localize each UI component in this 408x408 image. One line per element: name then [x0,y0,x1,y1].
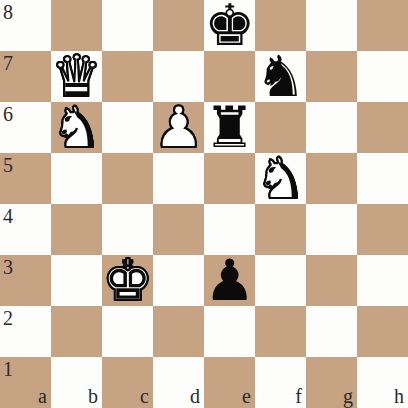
square-b3[interactable] [51,255,102,306]
piece-black-knight[interactable]: ♞ [255,51,306,102]
square-h1[interactable]: h [357,357,408,408]
piece-white-pawn[interactable]: ♟ [153,102,204,153]
file-label-d: d [190,386,200,406]
square-d3[interactable] [153,255,204,306]
square-g4[interactable] [306,204,357,255]
square-d5[interactable] [153,153,204,204]
piece-white-knight[interactable]: ♞ [255,153,306,204]
square-c8[interactable] [102,0,153,51]
file-label-c: c [140,386,149,406]
piece-white-knight[interactable]: ♞ [51,102,102,153]
square-h4[interactable] [357,204,408,255]
square-f7[interactable]: ♞ [255,51,306,102]
square-a4[interactable]: 4 [0,204,51,255]
square-f4[interactable] [255,204,306,255]
rank-label-3: 3 [3,257,13,277]
square-g6[interactable] [306,102,357,153]
square-h2[interactable] [357,306,408,357]
rank-label-7: 7 [3,53,13,73]
square-b4[interactable] [51,204,102,255]
square-b2[interactable] [51,306,102,357]
square-d4[interactable] [153,204,204,255]
square-c1[interactable]: c [102,357,153,408]
square-g8[interactable] [306,0,357,51]
square-g5[interactable] [306,153,357,204]
square-a2[interactable]: 2 [0,306,51,357]
square-c5[interactable] [102,153,153,204]
rank-label-1: 1 [3,359,13,379]
square-a3[interactable]: 3 [0,255,51,306]
square-d2[interactable] [153,306,204,357]
square-h3[interactable] [357,255,408,306]
file-label-e: e [242,386,251,406]
square-a6[interactable]: 6 [0,102,51,153]
square-e5[interactable] [204,153,255,204]
square-h5[interactable] [357,153,408,204]
square-a7[interactable]: 7 [0,51,51,102]
square-b5[interactable] [51,153,102,204]
square-b6[interactable]: ♞ [51,102,102,153]
square-e3[interactable]: ♟ [204,255,255,306]
square-f2[interactable] [255,306,306,357]
rank-label-5: 5 [3,155,13,175]
square-c2[interactable] [102,306,153,357]
rank-label-4: 4 [3,206,13,226]
square-e1[interactable]: e [204,357,255,408]
square-a1[interactable]: 1a [0,357,51,408]
square-b1[interactable]: b [51,357,102,408]
square-c3[interactable]: ♚ [102,255,153,306]
piece-black-king[interactable]: ♚ [204,0,255,51]
file-label-f: f [295,386,302,406]
square-a5[interactable]: 5 [0,153,51,204]
square-e2[interactable] [204,306,255,357]
square-d6[interactable]: ♟ [153,102,204,153]
square-d1[interactable]: d [153,357,204,408]
piece-black-pawn[interactable]: ♟ [204,255,255,306]
square-g3[interactable] [306,255,357,306]
square-f5[interactable]: ♞ [255,153,306,204]
piece-black-rook[interactable]: ♜ [204,102,255,153]
file-label-b: b [88,386,98,406]
square-f3[interactable] [255,255,306,306]
chess-board: 8♚7♛♞6♞♟♜5♞43♚♟21abcdefgh [0,0,408,408]
square-c7[interactable] [102,51,153,102]
file-label-h: h [394,386,404,406]
square-d8[interactable] [153,0,204,51]
rank-label-2: 2 [3,308,13,328]
square-g7[interactable] [306,51,357,102]
square-g1[interactable]: g [306,357,357,408]
square-h7[interactable] [357,51,408,102]
square-c6[interactable] [102,102,153,153]
square-f1[interactable]: f [255,357,306,408]
square-g2[interactable] [306,306,357,357]
file-label-g: g [343,386,353,406]
file-label-a: a [38,386,47,406]
rank-label-8: 8 [3,2,13,22]
square-a8[interactable]: 8 [0,0,51,51]
square-e8[interactable]: ♚ [204,0,255,51]
square-e6[interactable]: ♜ [204,102,255,153]
square-h8[interactable] [357,0,408,51]
piece-white-king[interactable]: ♚ [102,255,153,306]
square-h6[interactable] [357,102,408,153]
rank-label-6: 6 [3,104,13,124]
